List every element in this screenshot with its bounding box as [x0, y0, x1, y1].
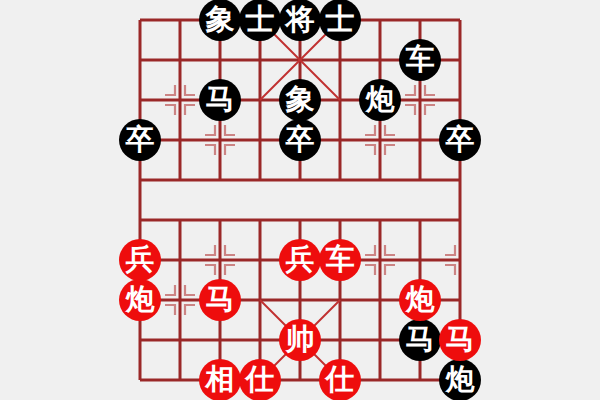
piece-black-soldier[interactable]: 卒 — [439, 119, 481, 161]
piece-black-soldier[interactable]: 卒 — [279, 119, 321, 161]
piece-label: 仕 — [326, 365, 355, 394]
piece-label: 马 — [206, 85, 235, 114]
piece-red-elephant[interactable]: 相 — [199, 359, 241, 400]
piece-red-general[interactable]: 帅 — [279, 319, 321, 361]
piece-black-advisor[interactable]: 士 — [319, 0, 361, 41]
piece-red-cannon[interactable]: 炮 — [399, 279, 441, 321]
xiangqi-board: 象士将士车马象炮卒卒卒马炮兵兵车炮马炮帅马相仕仕 — [0, 0, 600, 400]
piece-red-soldier[interactable]: 兵 — [119, 239, 161, 281]
piece-label: 相 — [206, 365, 235, 394]
piece-label: 卒 — [286, 125, 315, 154]
piece-black-horse[interactable]: 马 — [199, 79, 241, 121]
piece-red-soldier[interactable]: 兵 — [279, 239, 321, 281]
piece-red-horse[interactable]: 马 — [439, 319, 481, 361]
piece-label: 帅 — [286, 325, 315, 354]
piece-label: 兵 — [126, 245, 155, 274]
piece-label: 卒 — [126, 125, 155, 154]
piece-black-chariot[interactable]: 车 — [399, 39, 441, 81]
piece-black-advisor[interactable]: 士 — [239, 0, 281, 41]
piece-label: 炮 — [406, 285, 435, 314]
piece-red-advisor[interactable]: 仕 — [239, 359, 281, 400]
piece-black-soldier[interactable]: 卒 — [119, 119, 161, 161]
piece-black-general[interactable]: 将 — [279, 0, 321, 41]
pieces-layer: 象士将士车马象炮卒卒卒马炮兵兵车炮马炮帅马相仕仕 — [0, 0, 600, 400]
piece-red-advisor[interactable]: 仕 — [319, 359, 361, 400]
piece-label: 仕 — [246, 365, 275, 394]
piece-black-elephant[interactable]: 象 — [279, 79, 321, 121]
piece-black-cannon[interactable]: 炮 — [439, 359, 481, 400]
piece-label: 兵 — [286, 245, 315, 274]
piece-label: 马 — [446, 325, 475, 354]
piece-red-chariot[interactable]: 车 — [319, 239, 361, 281]
piece-label: 象 — [206, 5, 235, 34]
piece-black-horse[interactable]: 马 — [399, 319, 441, 361]
piece-black-elephant[interactable]: 象 — [199, 0, 241, 41]
piece-red-cannon[interactable]: 炮 — [119, 279, 161, 321]
piece-label: 炮 — [126, 285, 155, 314]
piece-label: 将 — [286, 5, 315, 34]
piece-black-cannon[interactable]: 炮 — [359, 79, 401, 121]
piece-label: 炮 — [446, 365, 475, 394]
piece-label: 象 — [286, 85, 315, 114]
piece-label: 车 — [406, 45, 435, 74]
piece-label: 士 — [326, 5, 355, 34]
piece-label: 马 — [206, 285, 235, 314]
piece-label: 车 — [326, 245, 355, 274]
piece-label: 炮 — [366, 85, 395, 114]
piece-label: 马 — [406, 325, 435, 354]
piece-label: 士 — [246, 5, 275, 34]
piece-red-horse[interactable]: 马 — [199, 279, 241, 321]
piece-label: 卒 — [446, 125, 475, 154]
